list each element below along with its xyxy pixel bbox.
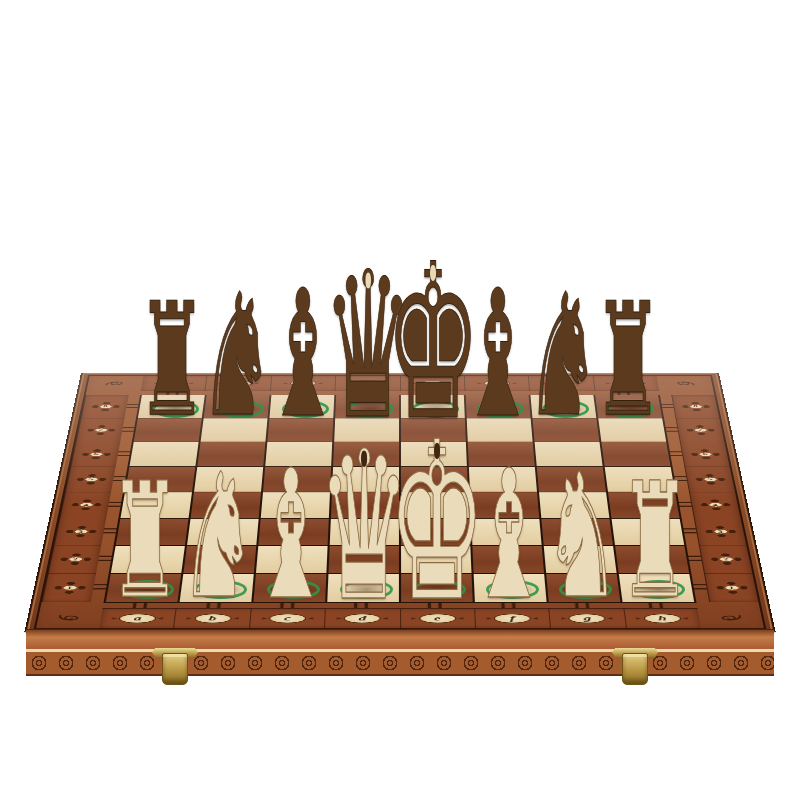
piece-black-rook[interactable]: ♜ (593, 300, 663, 422)
pieces-layer: ♜♞♝♛♚♝♞♜♜♞♝♛♚♝♞♜ (0, 0, 800, 800)
piece-white-knight[interactable]: ♞ (544, 470, 621, 604)
contrast-finial (365, 273, 371, 288)
contrast-finial (361, 451, 367, 466)
contrast-finial (430, 265, 436, 281)
piece-white-rook[interactable]: ♜ (109, 478, 180, 602)
product-photo-scene: ♥a♥♥b♥♥c♥♥d♥♥e♥♥f♥♥g♥♥h♥♥a♥♥b♥♥c♥♥d♥♥e♥♥… (0, 0, 800, 800)
piece-white-rook[interactable]: ♜ (620, 478, 691, 602)
contrast-finial (433, 443, 439, 459)
piece-white-bishop[interactable]: ♝ (469, 465, 549, 604)
piece-white-knight[interactable]: ♞ (179, 470, 256, 604)
piece-black-knight[interactable]: ♞ (525, 291, 601, 423)
piece-black-rook[interactable]: ♜ (137, 300, 207, 422)
